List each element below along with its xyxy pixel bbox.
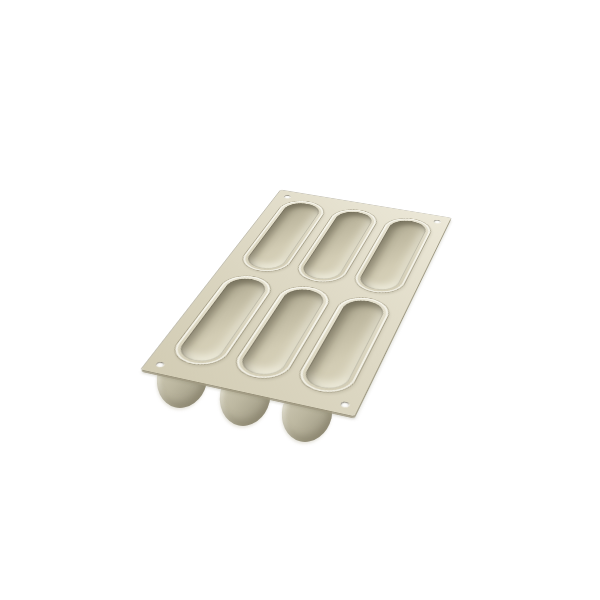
corner-hole-top-right: [433, 220, 441, 224]
cavity-grid: [281, 190, 451, 218]
product-photo: [0, 0, 600, 600]
corner-hole-bottom-right: [340, 401, 350, 408]
corner-hole-bottom-left: [155, 361, 165, 367]
corner-hole-top-left: [283, 195, 291, 199]
baking-mold-scene: [0, 0, 600, 600]
